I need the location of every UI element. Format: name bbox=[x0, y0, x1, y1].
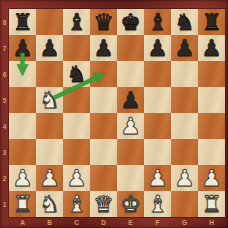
square-h2[interactable]: ♟ bbox=[198, 165, 225, 191]
chess-board-frame: 87654321 ABCDEFGH ♜♝♛♚♝♞♜♟♟♟♟♟♟♞♞♟♟♟♟♟♟♟… bbox=[0, 0, 228, 228]
file-labels: ABCDEFGH bbox=[9, 217, 225, 228]
piece-black-pawn[interactable]: ♟ bbox=[93, 37, 114, 60]
rank-label-1: 1 bbox=[0, 191, 9, 217]
square-f3[interactable] bbox=[144, 139, 171, 165]
piece-black-pawn[interactable]: ♟ bbox=[147, 37, 168, 60]
piece-white-rook[interactable]: ♜ bbox=[12, 193, 33, 216]
square-b7[interactable]: ♟ bbox=[36, 35, 63, 61]
rank-label-4: 4 bbox=[0, 113, 9, 139]
square-c8[interactable]: ♝ bbox=[63, 9, 90, 35]
square-c6[interactable]: ♞ bbox=[63, 61, 90, 87]
square-g3[interactable] bbox=[171, 139, 198, 165]
rank-labels: 87654321 bbox=[0, 9, 9, 217]
piece-white-pawn[interactable]: ♟ bbox=[66, 167, 87, 190]
square-a6[interactable] bbox=[9, 61, 36, 87]
piece-white-knight[interactable]: ♞ bbox=[39, 193, 60, 216]
piece-black-pawn[interactable]: ♟ bbox=[120, 89, 141, 112]
piece-black-king[interactable]: ♚ bbox=[120, 11, 141, 34]
square-h4[interactable] bbox=[198, 113, 225, 139]
piece-black-knight[interactable]: ♞ bbox=[174, 11, 195, 34]
square-g4[interactable] bbox=[171, 113, 198, 139]
square-h3[interactable] bbox=[198, 139, 225, 165]
file-label-c: C bbox=[63, 217, 90, 228]
square-d6[interactable] bbox=[90, 61, 117, 87]
square-a1[interactable]: ♜ bbox=[9, 191, 36, 217]
square-f2[interactable]: ♟ bbox=[144, 165, 171, 191]
piece-white-pawn[interactable]: ♟ bbox=[120, 115, 141, 138]
piece-black-knight[interactable]: ♞ bbox=[66, 63, 87, 86]
square-e6[interactable] bbox=[117, 61, 144, 87]
square-f6[interactable] bbox=[144, 61, 171, 87]
board-squares: ♜♝♛♚♝♞♜♟♟♟♟♟♟♞♞♟♟♟♟♟♟♟♟♜♞♝♛♚♝♜ bbox=[9, 9, 225, 217]
square-h8[interactable]: ♜ bbox=[198, 9, 225, 35]
piece-black-rook[interactable]: ♜ bbox=[201, 11, 222, 34]
piece-white-pawn[interactable]: ♟ bbox=[201, 167, 222, 190]
square-h5[interactable] bbox=[198, 87, 225, 113]
square-h1[interactable]: ♜ bbox=[198, 191, 225, 217]
rank-label-3: 3 bbox=[0, 139, 9, 165]
square-b6[interactable] bbox=[36, 61, 63, 87]
file-label-b: B bbox=[36, 217, 63, 228]
square-e8[interactable]: ♚ bbox=[117, 9, 144, 35]
square-a4[interactable] bbox=[9, 113, 36, 139]
square-c7[interactable] bbox=[63, 35, 90, 61]
square-d1[interactable]: ♛ bbox=[90, 191, 117, 217]
square-g2[interactable]: ♟ bbox=[171, 165, 198, 191]
square-h7[interactable]: ♟ bbox=[198, 35, 225, 61]
square-b3[interactable] bbox=[36, 139, 63, 165]
piece-black-pawn[interactable]: ♟ bbox=[174, 37, 195, 60]
square-c2[interactable]: ♟ bbox=[63, 165, 90, 191]
square-c3[interactable] bbox=[63, 139, 90, 165]
rank-label-2: 2 bbox=[0, 165, 9, 191]
square-d8[interactable]: ♛ bbox=[90, 9, 117, 35]
piece-white-pawn[interactable]: ♟ bbox=[39, 167, 60, 190]
square-c4[interactable] bbox=[63, 113, 90, 139]
square-a7[interactable]: ♟ bbox=[9, 35, 36, 61]
square-g6[interactable] bbox=[171, 61, 198, 87]
piece-white-king[interactable]: ♚ bbox=[120, 193, 141, 216]
square-e2[interactable] bbox=[117, 165, 144, 191]
square-f7[interactable]: ♟ bbox=[144, 35, 171, 61]
square-a2[interactable]: ♟ bbox=[9, 165, 36, 191]
square-b8[interactable] bbox=[36, 9, 63, 35]
file-label-g: G bbox=[171, 217, 198, 228]
piece-white-rook[interactable]: ♜ bbox=[201, 193, 222, 216]
square-g5[interactable] bbox=[171, 87, 198, 113]
square-b5[interactable]: ♞ bbox=[36, 87, 63, 113]
piece-black-queen[interactable]: ♛ bbox=[93, 11, 114, 34]
square-f4[interactable] bbox=[144, 113, 171, 139]
square-e7[interactable] bbox=[117, 35, 144, 61]
piece-black-rook[interactable]: ♜ bbox=[12, 11, 33, 34]
square-d5[interactable] bbox=[90, 87, 117, 113]
piece-white-knight[interactable]: ♞ bbox=[39, 89, 60, 112]
square-f8[interactable]: ♝ bbox=[144, 9, 171, 35]
piece-white-bishop[interactable]: ♝ bbox=[66, 193, 87, 216]
file-label-d: D bbox=[90, 217, 117, 228]
square-b4[interactable] bbox=[36, 113, 63, 139]
piece-black-pawn[interactable]: ♟ bbox=[39, 37, 60, 60]
square-a3[interactable] bbox=[9, 139, 36, 165]
square-c1[interactable]: ♝ bbox=[63, 191, 90, 217]
piece-white-pawn[interactable]: ♟ bbox=[147, 167, 168, 190]
rank-label-8: 8 bbox=[0, 9, 9, 35]
piece-white-bishop[interactable]: ♝ bbox=[147, 193, 168, 216]
file-label-e: E bbox=[117, 217, 144, 228]
square-c5[interactable] bbox=[63, 87, 90, 113]
square-f5[interactable] bbox=[144, 87, 171, 113]
rank-label-5: 5 bbox=[0, 87, 9, 113]
file-label-h: H bbox=[198, 217, 225, 228]
square-e1[interactable]: ♚ bbox=[117, 191, 144, 217]
square-f1[interactable]: ♝ bbox=[144, 191, 171, 217]
piece-white-pawn[interactable]: ♟ bbox=[12, 167, 33, 190]
square-g8[interactable]: ♞ bbox=[171, 9, 198, 35]
square-d7[interactable]: ♟ bbox=[90, 35, 117, 61]
square-a8[interactable]: ♜ bbox=[9, 9, 36, 35]
piece-white-pawn[interactable]: ♟ bbox=[174, 167, 195, 190]
file-label-f: F bbox=[144, 217, 171, 228]
square-e5[interactable]: ♟ bbox=[117, 87, 144, 113]
piece-black-pawn[interactable]: ♟ bbox=[201, 37, 222, 60]
piece-black-bishop[interactable]: ♝ bbox=[147, 11, 168, 34]
square-d4[interactable] bbox=[90, 113, 117, 139]
file-label-a: A bbox=[9, 217, 36, 228]
square-b2[interactable]: ♟ bbox=[36, 165, 63, 191]
square-g1[interactable] bbox=[171, 191, 198, 217]
rank-label-6: 6 bbox=[0, 61, 9, 87]
piece-black-bishop[interactable]: ♝ bbox=[66, 11, 87, 34]
square-d3[interactable] bbox=[90, 139, 117, 165]
piece-white-queen[interactable]: ♛ bbox=[93, 193, 114, 216]
square-d2[interactable] bbox=[90, 165, 117, 191]
square-e4[interactable]: ♟ bbox=[117, 113, 144, 139]
square-h6[interactable] bbox=[198, 61, 225, 87]
square-b1[interactable]: ♞ bbox=[36, 191, 63, 217]
square-e3[interactable] bbox=[117, 139, 144, 165]
rank-label-7: 7 bbox=[0, 35, 9, 61]
square-a5[interactable] bbox=[9, 87, 36, 113]
square-g7[interactable]: ♟ bbox=[171, 35, 198, 61]
piece-black-pawn[interactable]: ♟ bbox=[12, 37, 33, 60]
